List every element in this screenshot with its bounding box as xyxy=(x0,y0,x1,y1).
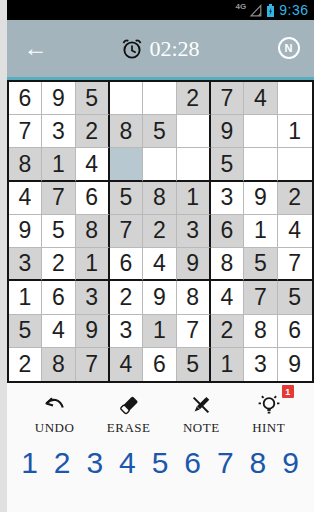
cell-r6c8[interactable]: 5 xyxy=(244,248,278,281)
note-button[interactable]: NOTE xyxy=(183,392,220,436)
eraser-icon xyxy=(115,392,143,418)
erase-button[interactable]: ERASE xyxy=(107,392,151,436)
cell-r6c3[interactable]: 1 xyxy=(76,248,110,281)
numpad-1[interactable]: 1 xyxy=(17,446,43,480)
cell-r1c9[interactable] xyxy=(278,82,312,115)
cell-r5c4[interactable]: 7 xyxy=(110,215,144,248)
cell-r1c2[interactable]: 9 xyxy=(42,82,76,115)
numpad: 123456789 xyxy=(7,446,314,480)
cell-r9c2[interactable]: 8 xyxy=(42,348,76,381)
cell-r8c4[interactable]: 3 xyxy=(110,315,144,348)
cell-r2c4[interactable]: 8 xyxy=(110,115,144,148)
numpad-8[interactable]: 8 xyxy=(245,446,271,480)
cell-r9c4[interactable]: 4 xyxy=(110,348,144,381)
cell-r2c6[interactable] xyxy=(177,115,211,148)
cell-r4c8[interactable]: 9 xyxy=(244,182,278,215)
numpad-6[interactable]: 6 xyxy=(180,446,206,480)
cell-r4c9[interactable]: 2 xyxy=(278,182,312,215)
cell-r3c7[interactable]: 5 xyxy=(211,148,245,181)
cell-r4c3[interactable]: 6 xyxy=(76,182,110,215)
cell-r7c1[interactable]: 1 xyxy=(9,281,43,314)
app-bar: ← 02:28 N xyxy=(7,20,314,77)
cell-r7c9[interactable]: 5 xyxy=(278,281,312,314)
cell-r6c6[interactable]: 9 xyxy=(177,248,211,281)
cell-r6c9[interactable]: 7 xyxy=(278,248,312,281)
cell-r1c6[interactable]: 2 xyxy=(177,82,211,115)
cell-r1c1[interactable]: 6 xyxy=(9,82,43,115)
numpad-2[interactable]: 2 xyxy=(49,446,75,480)
network-type-label: 4G xyxy=(236,2,247,11)
cell-r9c6[interactable]: 5 xyxy=(177,348,211,381)
cell-r9c5[interactable]: 6 xyxy=(143,348,177,381)
sudoku-board: 6952747328591814547658139295872361432164… xyxy=(7,80,314,383)
status-time: 9:36 xyxy=(279,2,308,18)
cell-r1c3[interactable]: 5 xyxy=(76,82,110,115)
signal-triangle-icon xyxy=(250,4,262,17)
cell-r9c1[interactable]: 2 xyxy=(9,348,43,381)
cell-r7c4[interactable]: 2 xyxy=(110,281,144,314)
cell-r2c3[interactable]: 2 xyxy=(76,115,110,148)
cell-r7c7[interactable]: 4 xyxy=(211,281,245,314)
cell-r3c6[interactable] xyxy=(177,148,211,181)
cell-r1c4[interactable] xyxy=(110,82,144,115)
cell-r4c5[interactable]: 8 xyxy=(143,182,177,215)
undo-button[interactable]: UNDO xyxy=(35,392,75,436)
cell-r9c7[interactable]: 1 xyxy=(211,348,245,381)
note-mode-button[interactable]: N xyxy=(278,37,300,59)
numpad-9[interactable]: 9 xyxy=(278,446,304,480)
cell-r8c3[interactable]: 9 xyxy=(76,315,110,348)
cell-r4c6[interactable]: 1 xyxy=(177,182,211,215)
cell-r8c6[interactable]: 7 xyxy=(177,315,211,348)
undo-arrow-icon xyxy=(41,392,69,418)
cell-r2c2[interactable]: 3 xyxy=(42,115,76,148)
cell-r5c1[interactable]: 9 xyxy=(9,215,43,248)
cell-r8c5[interactable]: 1 xyxy=(143,315,177,348)
cell-r2c5[interactable]: 5 xyxy=(143,115,177,148)
cell-r1c8[interactable]: 4 xyxy=(244,82,278,115)
toolbar: UNDO ERASE xyxy=(7,392,314,436)
cell-r1c7[interactable]: 7 xyxy=(211,82,245,115)
cell-r7c3[interactable]: 3 xyxy=(76,281,110,314)
cell-r2c7[interactable]: 9 xyxy=(211,115,245,148)
cell-r5c9[interactable]: 4 xyxy=(278,215,312,248)
cell-r1c5[interactable] xyxy=(143,82,177,115)
cell-r2c8[interactable] xyxy=(244,115,278,148)
cell-r3c1[interactable]: 8 xyxy=(9,148,43,181)
cell-r5c7[interactable]: 6 xyxy=(211,215,245,248)
status-bar: 4G 9:36 xyxy=(7,0,314,20)
cell-r7c2[interactable]: 6 xyxy=(42,281,76,314)
cell-r8c1[interactable]: 5 xyxy=(9,315,43,348)
cell-r7c5[interactable]: 9 xyxy=(143,281,177,314)
cell-r6c7[interactable]: 8 xyxy=(211,248,245,281)
cell-r7c6[interactable]: 8 xyxy=(177,281,211,314)
cell-r6c5[interactable]: 4 xyxy=(143,248,177,281)
lightbulb-icon: 1 xyxy=(255,392,283,418)
cell-r5c6[interactable]: 3 xyxy=(177,215,211,248)
cell-r8c7[interactable]: 2 xyxy=(211,315,245,348)
cell-r7c8[interactable]: 7 xyxy=(244,281,278,314)
cell-r4c4[interactable]: 5 xyxy=(110,182,144,215)
cell-r3c3[interactable]: 4 xyxy=(76,148,110,181)
cell-r5c3[interactable]: 8 xyxy=(76,215,110,248)
cell-r3c2[interactable]: 1 xyxy=(42,148,76,181)
note-label: NOTE xyxy=(183,420,220,436)
undo-label: UNDO xyxy=(35,420,75,436)
cell-r4c2[interactable]: 7 xyxy=(42,182,76,215)
cell-r2c1[interactable]: 7 xyxy=(9,115,43,148)
erase-label: ERASE xyxy=(107,420,151,436)
hint-label: HINT xyxy=(252,420,285,436)
cell-r3c9[interactable] xyxy=(278,148,312,181)
cell-r6c2[interactable]: 2 xyxy=(42,248,76,281)
hint-badge: 1 xyxy=(282,385,294,398)
cell-r2c9[interactable]: 1 xyxy=(278,115,312,148)
cell-r8c8[interactable]: 8 xyxy=(244,315,278,348)
alarm-clock-icon xyxy=(120,37,144,61)
numpad-4[interactable]: 4 xyxy=(114,446,140,480)
numpad-7[interactable]: 7 xyxy=(212,446,238,480)
timer: 02:28 xyxy=(7,20,314,77)
cell-r6c1[interactable]: 3 xyxy=(9,248,43,281)
cell-r8c2[interactable]: 4 xyxy=(42,315,76,348)
cell-r9c3[interactable]: 7 xyxy=(76,348,110,381)
cell-r3c4[interactable] xyxy=(110,148,144,181)
numpad-5[interactable]: 5 xyxy=(147,446,173,480)
cell-r3c5[interactable] xyxy=(143,148,177,181)
cell-r6c4[interactable]: 6 xyxy=(110,248,144,281)
cell-r4c1[interactable]: 4 xyxy=(9,182,43,215)
cell-r3c8[interactable] xyxy=(244,148,278,181)
cell-r8c9[interactable]: 6 xyxy=(278,315,312,348)
pencil-crossed-icon xyxy=(187,392,215,418)
timer-value: 02:28 xyxy=(149,36,199,62)
hint-button[interactable]: 1 HINT xyxy=(252,392,285,436)
cell-r4c7[interactable]: 3 xyxy=(211,182,245,215)
cell-r9c8[interactable]: 3 xyxy=(244,348,278,381)
numpad-3[interactable]: 3 xyxy=(82,446,108,480)
cell-r5c8[interactable]: 1 xyxy=(244,215,278,248)
cell-r5c5[interactable]: 2 xyxy=(143,215,177,248)
battery-charging-icon xyxy=(266,3,275,18)
cell-r9c9[interactable]: 9 xyxy=(278,348,312,381)
app-screen: 4G 9:36 ← xyxy=(7,0,314,512)
cell-r5c2[interactable]: 5 xyxy=(42,215,76,248)
